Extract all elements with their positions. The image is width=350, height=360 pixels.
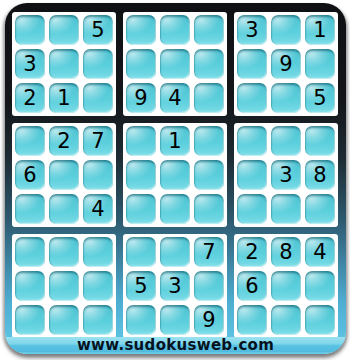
cell-r1c6[interactable] (194, 15, 224, 45)
cell-r9c6[interactable]: 9 (194, 305, 224, 335)
cell-r5c1[interactable]: 6 (15, 160, 45, 190)
cell-r4c2[interactable]: 2 (49, 126, 79, 156)
cell-r2c8[interactable]: 9 (271, 49, 301, 79)
sudoku-box-3-3: 2846 (234, 234, 338, 338)
cell-r4c1[interactable] (15, 126, 45, 156)
cell-r8c8[interactable] (271, 271, 301, 301)
cell-r1c1[interactable] (15, 15, 45, 45)
cell-r9c7[interactable] (237, 305, 267, 335)
cell-r1c2[interactable] (49, 15, 79, 45)
cell-r8c1[interactable] (15, 271, 45, 301)
cell-r1c3[interactable]: 5 (83, 15, 113, 45)
cell-r9c4[interactable] (126, 305, 156, 335)
cell-r4c7[interactable] (237, 126, 267, 156)
cell-r5c9[interactable]: 8 (305, 160, 335, 190)
cell-r4c6[interactable] (194, 126, 224, 156)
cell-r6c9[interactable] (305, 194, 335, 224)
cell-r2c3[interactable] (83, 49, 113, 79)
cell-r4c3[interactable]: 7 (83, 126, 113, 156)
sudoku-box-3-1 (12, 234, 116, 338)
sudoku-box-3-2: 7539 (123, 234, 227, 338)
cell-r3c2[interactable]: 1 (49, 83, 79, 113)
cell-r2c9[interactable] (305, 49, 335, 79)
cell-r2c2[interactable] (49, 49, 79, 79)
cell-r3c5[interactable]: 4 (160, 83, 190, 113)
cell-r8c4[interactable]: 5 (126, 271, 156, 301)
cell-r4c9[interactable] (305, 126, 335, 156)
sudoku-board-frame: 5321943195276413875392846 www.sudokusweb… (5, 3, 346, 354)
cell-r1c5[interactable] (160, 15, 190, 45)
cell-r6c8[interactable] (271, 194, 301, 224)
cell-r6c1[interactable] (15, 194, 45, 224)
cell-r8c6[interactable] (194, 271, 224, 301)
cell-r6c5[interactable] (160, 194, 190, 224)
cell-r5c5[interactable] (160, 160, 190, 190)
cell-r6c2[interactable] (49, 194, 79, 224)
cell-r1c7[interactable]: 3 (237, 15, 267, 45)
sudoku-box-1-1: 5321 (12, 12, 116, 116)
cell-r4c8[interactable] (271, 126, 301, 156)
cell-r7c4[interactable] (126, 237, 156, 267)
cell-r6c6[interactable] (194, 194, 224, 224)
cell-r3c1[interactable]: 2 (15, 83, 45, 113)
cell-r7c3[interactable] (83, 237, 113, 267)
footer-bar: www.sudokusweb.com (5, 337, 346, 352)
cell-r7c5[interactable] (160, 237, 190, 267)
sudoku-box-2-3: 38 (234, 123, 338, 227)
cell-r2c4[interactable] (126, 49, 156, 79)
cell-r7c2[interactable] (49, 237, 79, 267)
sudoku-box-2-2: 1 (123, 123, 227, 227)
cell-r3c7[interactable] (237, 83, 267, 113)
cell-r1c9[interactable]: 1 (305, 15, 335, 45)
cell-r6c3[interactable]: 4 (83, 194, 113, 224)
cell-r5c3[interactable] (83, 160, 113, 190)
cell-r4c4[interactable] (126, 126, 156, 156)
cell-r3c8[interactable] (271, 83, 301, 113)
cell-r5c6[interactable] (194, 160, 224, 190)
cell-r7c6[interactable]: 7 (194, 237, 224, 267)
cell-r5c8[interactable]: 3 (271, 160, 301, 190)
cell-r7c8[interactable]: 8 (271, 237, 301, 267)
cell-r9c2[interactable] (49, 305, 79, 335)
cell-r8c2[interactable] (49, 271, 79, 301)
cell-r8c3[interactable] (83, 271, 113, 301)
cell-r2c1[interactable]: 3 (15, 49, 45, 79)
sudoku-box-1-2: 94 (123, 12, 227, 116)
cell-r3c9[interactable]: 5 (305, 83, 335, 113)
cell-r1c8[interactable] (271, 15, 301, 45)
cell-r5c4[interactable] (126, 160, 156, 190)
cell-r7c9[interactable]: 4 (305, 237, 335, 267)
sudoku-grid: 5321943195276413875392846 (12, 12, 338, 338)
sudoku-box-1-3: 3195 (234, 12, 338, 116)
website-url-link[interactable]: www.sudokusweb.com (77, 336, 274, 354)
cell-r9c5[interactable] (160, 305, 190, 335)
cell-r3c3[interactable] (83, 83, 113, 113)
cell-r7c7[interactable]: 2 (237, 237, 267, 267)
cell-r8c9[interactable] (305, 271, 335, 301)
cell-r6c4[interactable] (126, 194, 156, 224)
sudoku-box-2-1: 2764 (12, 123, 116, 227)
cell-r4c5[interactable]: 1 (160, 126, 190, 156)
cell-r2c5[interactable] (160, 49, 190, 79)
cell-r5c2[interactable] (49, 160, 79, 190)
cell-r8c5[interactable]: 3 (160, 271, 190, 301)
cell-r7c1[interactable] (15, 237, 45, 267)
cell-r9c1[interactable] (15, 305, 45, 335)
cell-r2c6[interactable] (194, 49, 224, 79)
cell-r1c4[interactable] (126, 15, 156, 45)
cell-r8c7[interactable]: 6 (237, 271, 267, 301)
cell-r2c7[interactable] (237, 49, 267, 79)
cell-r3c4[interactable]: 9 (126, 83, 156, 113)
cell-r9c3[interactable] (83, 305, 113, 335)
cell-r5c7[interactable] (237, 160, 267, 190)
cell-r9c8[interactable] (271, 305, 301, 335)
cell-r6c7[interactable] (237, 194, 267, 224)
cell-r3c6[interactable] (194, 83, 224, 113)
cell-r9c9[interactable] (305, 305, 335, 335)
